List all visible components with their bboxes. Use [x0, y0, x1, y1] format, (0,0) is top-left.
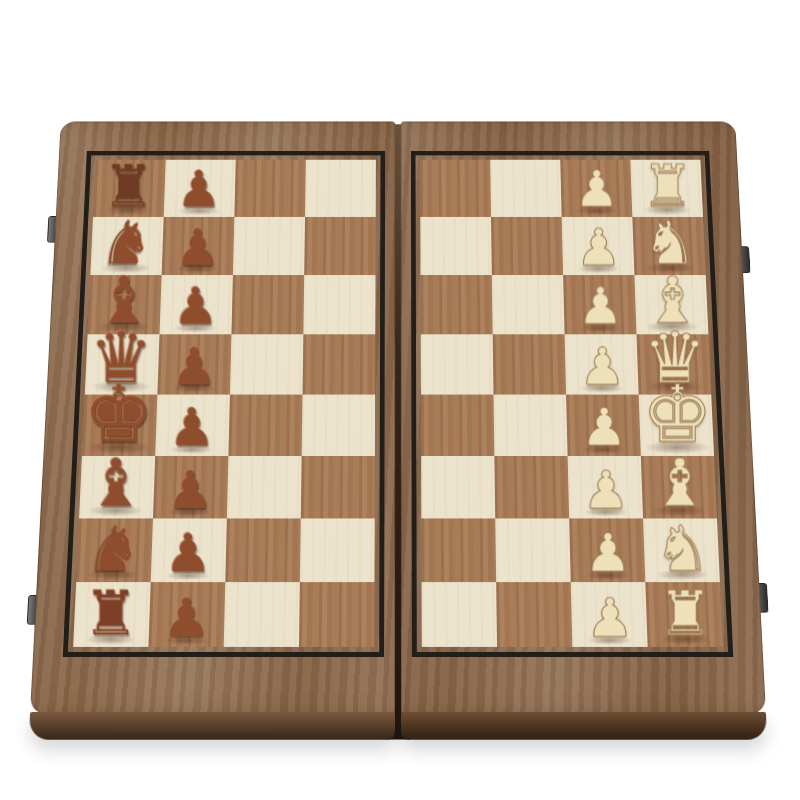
board-square-r5c3 [228, 395, 302, 456]
board-square-r4c5 [421, 334, 494, 394]
box-side-edge-left [29, 712, 395, 740]
board-square-r4c1 [85, 334, 160, 394]
board-square-r3c4 [303, 275, 375, 334]
board-square-r5c1 [82, 395, 157, 456]
playing-field-left [63, 151, 385, 657]
board-left-half [30, 122, 395, 714]
board-square-r7c3 [225, 518, 300, 582]
board-square-r1c5 [420, 160, 491, 217]
board-square-r6c1 [79, 456, 155, 518]
board-square-r2c7 [562, 217, 635, 275]
board-square-r4c3 [230, 334, 303, 394]
board-square-r7c4 [300, 518, 375, 582]
board-square-r2c8 [632, 217, 705, 275]
board-square-r1c4 [305, 160, 376, 217]
board-square-r8c4 [299, 582, 375, 647]
board-square-r5c6 [493, 395, 567, 456]
board-square-r5c7 [566, 395, 641, 456]
board-square-r7c8 [643, 518, 720, 582]
board-square-r8c5 [422, 582, 498, 647]
chess-set-scene: ♜♞♝♛♚♝♞♜♟♟♟♟♟♟♟♟♟♟♟♟♟♟♟♟♜♞♝♛♚♝♞♜ [30, 84, 766, 774]
board-square-r8c7 [571, 582, 648, 647]
folding-chess-board: ♜♞♝♛♚♝♞♜♟♟♟♟♟♟♟♟♟♟♟♟♟♟♟♟♜♞♝♛♚♝♞♜ [30, 122, 766, 714]
board-square-r6c5 [421, 456, 495, 518]
board-square-r4c8 [637, 334, 712, 394]
board-square-r5c5 [421, 395, 494, 456]
board-square-r2c1 [90, 217, 163, 275]
board-square-r1c6 [490, 160, 561, 217]
board-square-r5c4 [302, 395, 375, 456]
board-square-r7c7 [569, 518, 645, 582]
board-square-r3c7 [563, 275, 636, 334]
board-square-r3c6 [492, 275, 565, 334]
board-square-r6c3 [227, 456, 302, 518]
board-square-r1c1 [93, 160, 166, 217]
board-square-r1c2 [164, 160, 236, 217]
board-square-r2c6 [491, 217, 563, 275]
board-square-r1c3 [234, 160, 305, 217]
board-square-r5c2 [155, 395, 230, 456]
board-square-r3c2 [159, 275, 232, 334]
board-square-r3c3 [231, 275, 304, 334]
board-square-r5c8 [639, 395, 714, 456]
board-square-r2c5 [420, 217, 491, 275]
board-square-r7c1 [76, 518, 153, 582]
board-square-r2c4 [304, 217, 375, 275]
board-square-r1c7 [560, 160, 632, 217]
board-square-r6c4 [301, 456, 375, 518]
board-square-r8c1 [73, 582, 151, 647]
board-square-r3c5 [421, 275, 493, 334]
board-right-half [401, 122, 766, 714]
board-square-r4c6 [493, 334, 566, 394]
board-square-r8c3 [224, 582, 300, 647]
board-square-r6c8 [641, 456, 717, 518]
board-square-r6c6 [494, 456, 569, 518]
board-square-r6c7 [568, 456, 643, 518]
box-side-edge-right [401, 712, 767, 740]
board-square-r4c2 [157, 334, 231, 394]
board-square-r3c1 [88, 275, 162, 334]
board-square-r2c3 [233, 217, 305, 275]
board-square-r2c2 [162, 217, 235, 275]
board-square-r8c2 [148, 582, 225, 647]
board-square-r1c8 [630, 160, 703, 217]
playing-field-right [411, 151, 733, 657]
board-square-r4c7 [565, 334, 639, 394]
board-square-r3c8 [634, 275, 708, 334]
board-square-r7c5 [421, 518, 496, 582]
board-square-r8c8 [645, 582, 723, 647]
board-square-r7c2 [151, 518, 227, 582]
board-square-r4c4 [303, 334, 376, 394]
board-square-r7c6 [495, 518, 570, 582]
board-square-r8c6 [496, 582, 572, 647]
board-square-r6c2 [153, 456, 228, 518]
